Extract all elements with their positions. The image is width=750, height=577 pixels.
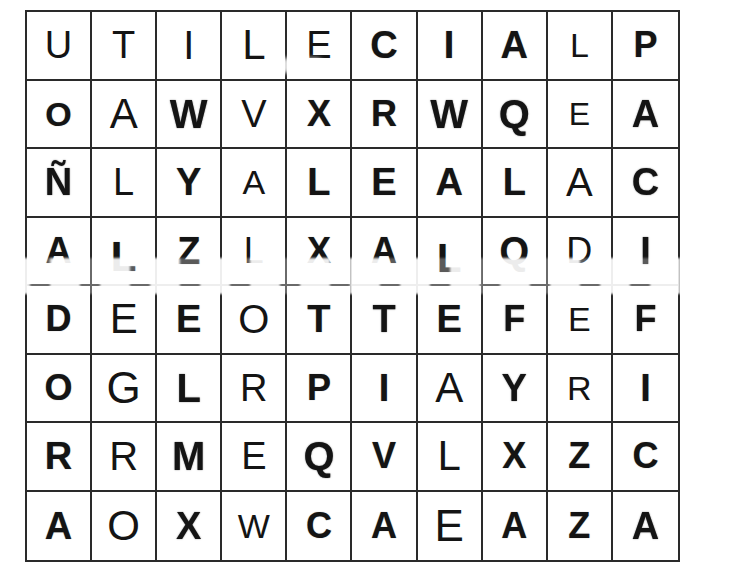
cell-r4c7[interactable]: L (418, 218, 483, 287)
cell-r5c10[interactable]: F (613, 286, 678, 355)
cell-r5c4[interactable]: O (222, 286, 287, 355)
cell-r4c4[interactable]: L (222, 218, 287, 287)
cell-r6c4[interactable]: R (222, 355, 287, 424)
letter-glyph: A (632, 507, 659, 545)
cell-r7c7[interactable]: L (418, 423, 483, 492)
cell-r3c5[interactable]: L (287, 149, 352, 218)
letter-glyph: A (501, 26, 528, 64)
letter-glyph: T (307, 300, 330, 338)
cell-r6c10[interactable]: I (613, 355, 678, 424)
cell-r2c9[interactable]: E (548, 81, 613, 150)
cell-r2c7[interactable]: W (418, 81, 483, 150)
cell-r3c7[interactable]: A (418, 149, 483, 218)
cell-r7c8[interactable]: X (483, 423, 548, 492)
letter-glyph: E (436, 300, 461, 338)
letter-glyph: T (372, 300, 395, 338)
cell-r6c8[interactable]: Y (483, 355, 548, 424)
letter-glyph: E (176, 300, 201, 338)
letter-glyph: C (306, 508, 332, 544)
cell-r3c2[interactable]: L (92, 149, 157, 218)
cell-r5c3[interactable]: E (157, 286, 222, 355)
cell-r3c10[interactable]: C (613, 149, 678, 218)
cell-r6c3[interactable]: L (157, 355, 222, 424)
cell-r2c6[interactable]: R (352, 81, 417, 150)
letter-glyph: D (566, 233, 592, 269)
letter-glyph: I (379, 369, 390, 407)
letter-glyph: Z (568, 508, 590, 544)
letter-glyph: O (45, 97, 71, 131)
letter-glyph: X (502, 438, 526, 474)
letter-glyph: E (241, 437, 266, 475)
cell-r4c1[interactable]: A (27, 218, 92, 287)
letter-glyph: X (176, 507, 201, 545)
letter-glyph: O (107, 505, 140, 547)
letter-glyph: W (170, 94, 208, 134)
cell-r3c9[interactable]: A (548, 149, 613, 218)
letter-glyph: L (113, 163, 134, 201)
letter-glyph: A (371, 233, 397, 269)
cell-r1c7[interactable]: I (418, 12, 483, 81)
letter-glyph: C (632, 438, 658, 474)
letter-glyph: U (45, 26, 72, 64)
cell-r4c10[interactable]: I (613, 218, 678, 287)
letter-glyph: I (640, 232, 651, 270)
letter-glyph: Q (303, 436, 334, 476)
cell-r7c3[interactable]: M (157, 423, 222, 492)
cell-r2c1[interactable]: O (27, 81, 92, 150)
letter-glyph: O (238, 299, 269, 339)
letter-glyph: L (242, 24, 265, 66)
letter-glyph: A (243, 165, 266, 199)
cell-r1c5[interactable]: E (287, 12, 352, 81)
cell-r5c8[interactable]: F (483, 286, 548, 355)
cell-r3c6[interactable]: E (352, 149, 417, 218)
letter-glyph: I (183, 25, 194, 65)
cell-r3c3[interactable]: Y (157, 149, 222, 218)
letter-glyph: W (238, 509, 270, 543)
cell-r2c5[interactable]: X (287, 81, 352, 150)
cell-r4c8[interactable]: Q (483, 218, 548, 287)
cell-r5c5[interactable]: T (287, 286, 352, 355)
cell-r4c3[interactable]: Z (157, 218, 222, 287)
letter-glyph: Q (499, 94, 530, 134)
cell-r1c2[interactable]: T (92, 12, 157, 81)
letter-glyph: T (112, 26, 135, 64)
letter-glyph: E (569, 98, 590, 130)
letter-glyph: L (177, 368, 201, 408)
letter-glyph: E (568, 302, 591, 336)
cell-r1c4[interactable]: L (222, 12, 287, 81)
cell-r8c6[interactable]: A (352, 492, 417, 561)
cell-r4c5[interactable]: X (287, 218, 352, 287)
letter-glyph: E (306, 26, 331, 64)
letter-glyph: F (634, 301, 656, 337)
letter-glyph: R (371, 96, 397, 132)
letter-glyph: A (435, 367, 463, 409)
letter-glyph: Q (499, 232, 529, 270)
letter-glyph: I (444, 26, 455, 64)
letter-glyph: A (435, 163, 462, 201)
cell-r8c10[interactable]: A (613, 492, 678, 561)
letter-glyph: F (503, 301, 525, 337)
cell-r2c2[interactable]: A (92, 81, 157, 150)
cell-r2c8[interactable]: Q (483, 81, 548, 150)
cell-r8c1[interactable]: A (27, 492, 92, 561)
letter-glyph: L (307, 163, 330, 201)
letter-glyph: Z (568, 438, 590, 474)
cell-r8c8[interactable]: A (483, 492, 548, 561)
cell-r7c1[interactable]: R (27, 423, 92, 492)
cell-r4c2[interactable]: L (92, 218, 157, 287)
letter-glyph: A (632, 95, 659, 133)
letter-glyph: M (172, 436, 205, 476)
letter-glyph: A (501, 508, 527, 544)
letter-glyph: L (503, 163, 526, 201)
cell-r6c2[interactable]: G (92, 355, 157, 424)
cell-r1c3[interactable]: I (157, 12, 222, 81)
letter-glyph: W (430, 94, 468, 134)
letter-glyph: X (307, 96, 331, 132)
cell-r1c9[interactable]: L (548, 12, 613, 81)
cell-r7c5[interactable]: Q (287, 423, 352, 492)
cell-r8c3[interactable]: X (157, 492, 222, 561)
letter-glyph: E (434, 504, 463, 548)
cell-r1c10[interactable]: P (613, 12, 678, 81)
cell-r2c3[interactable]: W (157, 81, 222, 150)
cell-r5c7[interactable]: E (418, 286, 483, 355)
cell-r7c6[interactable]: V (352, 423, 417, 492)
cell-r3c8[interactable]: L (483, 149, 548, 218)
cell-r3c1[interactable]: Ñ (27, 149, 92, 218)
cell-r6c1[interactable]: O (27, 355, 92, 424)
cell-r2c10[interactable]: A (613, 81, 678, 150)
cell-r6c7[interactable]: A (418, 355, 483, 424)
cell-r8c9[interactable]: Z (548, 492, 613, 561)
letter-glyph: X (307, 233, 331, 269)
letter-glyph: A (110, 93, 138, 135)
cell-r8c7[interactable]: E (418, 492, 483, 561)
cell-r7c10[interactable]: C (613, 423, 678, 492)
cell-r8c4[interactable]: W (222, 492, 287, 561)
letter-glyph: A (566, 162, 593, 202)
letter-glyph: A (45, 507, 72, 545)
letter-glyph: C (632, 163, 659, 201)
letter-glyph: Y (176, 163, 201, 201)
cell-r1c8[interactable]: A (483, 12, 548, 81)
letter-glyph: G (107, 366, 141, 410)
cell-r5c2[interactable]: E (92, 286, 157, 355)
letter-glyph: P (307, 370, 331, 406)
letter-glyph: Z (177, 232, 200, 270)
letter-glyph: E (110, 298, 138, 340)
letter-glyph: L (437, 435, 460, 477)
word-search-board: UTILECIALPOAWVXRWQEAÑLYALEALACALZLXALQDI… (25, 10, 680, 562)
letter-glyph: R (45, 437, 72, 475)
cell-r2c4[interactable]: V (222, 81, 287, 150)
cell-r5c6[interactable]: T (352, 286, 417, 355)
letter-glyph: A (371, 508, 397, 544)
letter-glyph: O (45, 370, 73, 406)
cell-r6c5[interactable]: P (287, 355, 352, 424)
cell-r4c9[interactable]: D (548, 218, 613, 287)
letter-glyph: C (370, 26, 397, 64)
cell-r7c4[interactable]: E (222, 423, 287, 492)
letter-glyph: L (244, 233, 264, 269)
letter-glyph: R (567, 371, 592, 405)
cell-r6c6[interactable]: I (352, 355, 417, 424)
letter-glyph: Y (502, 369, 527, 407)
cell-r3c4[interactable]: A (222, 149, 287, 218)
cell-r4c6[interactable]: A (352, 218, 417, 287)
cell-r7c9[interactable]: Z (548, 423, 613, 492)
letter-glyph: I (640, 369, 651, 407)
cell-r6c9[interactable]: R (548, 355, 613, 424)
cell-r5c9[interactable]: E (548, 286, 613, 355)
letter-glyph: V (372, 438, 396, 474)
cell-r1c6[interactable]: C (352, 12, 417, 81)
letter-glyph: L (570, 28, 589, 62)
letter-glyph: P (633, 27, 657, 63)
letter-glyph: L (111, 236, 137, 278)
letter-glyph: R (240, 369, 267, 407)
letter-glyph: R (109, 436, 138, 476)
letter-glyph: E (371, 163, 396, 201)
letter-glyph: A (46, 233, 72, 269)
letter-glyph: Ñ (45, 163, 72, 201)
cell-r1c1[interactable]: U (27, 12, 92, 81)
letter-glyph: D (46, 301, 72, 337)
cell-r5c1[interactable]: D (27, 286, 92, 355)
letter-glyph: V (241, 95, 266, 133)
cell-r8c2[interactable]: O (92, 492, 157, 561)
letter-glyph: L (437, 238, 461, 278)
cell-r8c5[interactable]: C (287, 492, 352, 561)
cell-r7c2[interactable]: R (92, 423, 157, 492)
